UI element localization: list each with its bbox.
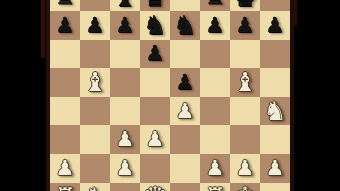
- square-b8[interactable]: [80, 0, 110, 11]
- square-b1[interactable]: ♞: [80, 183, 110, 191]
- square-f7[interactable]: ♟: [200, 11, 230, 40]
- square-b3[interactable]: [80, 125, 110, 154]
- square-h4[interactable]: ♞: [260, 97, 290, 126]
- square-c7[interactable]: ♟: [110, 11, 140, 40]
- square-f2[interactable]: ♟: [200, 154, 230, 183]
- white-pawn-icon: ♟: [116, 158, 135, 179]
- square-e2[interactable]: [170, 154, 200, 183]
- square-h8[interactable]: [260, 0, 290, 11]
- square-a2[interactable]: ♟: [50, 154, 80, 183]
- white-pawn-icon: ♟: [236, 158, 255, 179]
- black-pawn-icon: ♟: [206, 15, 225, 36]
- white-knight-icon: ♞: [263, 98, 286, 124]
- black-bishop-icon: ♝: [113, 0, 136, 10]
- white-king-icon: ♚: [233, 183, 257, 191]
- square-a7[interactable]: ♟: [50, 11, 80, 40]
- white-pawn-icon: ♟: [116, 129, 135, 150]
- square-a8[interactable]: ♜: [50, 0, 80, 11]
- square-d1[interactable]: ♛: [140, 183, 170, 191]
- white-knight-icon: ♞: [83, 184, 106, 191]
- board-left-frame: [46, 0, 50, 191]
- square-f5[interactable]: [200, 68, 230, 97]
- square-b2[interactable]: [80, 154, 110, 183]
- square-d3[interactable]: ♟: [140, 125, 170, 154]
- video-artifact-right: [294, 0, 297, 26]
- square-d4[interactable]: [140, 97, 170, 126]
- black-pawn-icon: ♟: [176, 72, 195, 93]
- video-artifact-left: [41, 0, 45, 58]
- board-right-frame: [290, 0, 294, 191]
- black-pawn-icon: ♟: [56, 15, 75, 36]
- square-a3[interactable]: [50, 125, 80, 154]
- square-e7[interactable]: ♞: [170, 11, 200, 40]
- white-rook-icon: ♜: [205, 185, 226, 191]
- square-e5[interactable]: ♟: [170, 68, 200, 97]
- square-b5[interactable]: ♝: [80, 68, 110, 97]
- black-pawn-icon: ♟: [86, 15, 105, 36]
- black-pawn-icon: ♟: [116, 15, 135, 36]
- white-pawn-icon: ♟: [206, 158, 225, 179]
- square-a1[interactable]: ♜: [50, 183, 80, 191]
- square-c2[interactable]: ♟: [110, 154, 140, 183]
- square-a4[interactable]: [50, 97, 80, 126]
- square-g5[interactable]: ♝: [230, 68, 260, 97]
- square-f4[interactable]: [200, 97, 230, 126]
- black-pawn-icon: ♟: [236, 15, 255, 36]
- square-c1[interactable]: [110, 183, 140, 191]
- square-a6[interactable]: [50, 40, 80, 69]
- square-c4[interactable]: [110, 97, 140, 126]
- black-queen-icon: ♛: [143, 0, 167, 10]
- square-d7[interactable]: ♞: [140, 11, 170, 40]
- white-bishop-icon: ♝: [233, 69, 256, 95]
- square-e4[interactable]: ♟: [170, 97, 200, 126]
- square-c6[interactable]: [110, 40, 140, 69]
- square-g4[interactable]: [230, 97, 260, 126]
- white-bishop-icon: ♝: [83, 69, 106, 95]
- square-e1[interactable]: [170, 183, 200, 191]
- white-pawn-icon: ♟: [176, 101, 195, 122]
- black-king-icon: ♚: [233, 0, 257, 10]
- square-g3[interactable]: [230, 125, 260, 154]
- chess-board: ♜♝♛♜♚♟♟♟♞♞♟♟♟♟♝♟♝♟♞♟♟♟♟♟♟♟♜♞♛♜♚: [50, 0, 290, 191]
- square-b4[interactable]: [80, 97, 110, 126]
- square-f1[interactable]: ♜: [200, 183, 230, 191]
- square-g2[interactable]: ♟: [230, 154, 260, 183]
- square-c5[interactable]: [110, 68, 140, 97]
- square-g1[interactable]: ♚: [230, 183, 260, 191]
- square-e3[interactable]: [170, 125, 200, 154]
- white-queen-icon: ♛: [143, 183, 167, 191]
- square-h1[interactable]: [260, 183, 290, 191]
- black-knight-icon: ♞: [173, 12, 196, 38]
- black-rook-icon: ♜: [55, 0, 76, 8]
- square-d2[interactable]: [140, 154, 170, 183]
- square-g8[interactable]: ♚: [230, 0, 260, 11]
- white-pawn-icon: ♟: [266, 158, 285, 179]
- black-rook-icon: ♜: [205, 0, 226, 8]
- white-pawn-icon: ♟: [56, 158, 75, 179]
- square-c3[interactable]: ♟: [110, 125, 140, 154]
- white-rook-icon: ♜: [55, 185, 76, 191]
- square-h2[interactable]: ♟: [260, 154, 290, 183]
- video-frame: ♜♝♛♜♚♟♟♟♞♞♟♟♟♟♝♟♝♟♞♟♟♟♟♟♟♟♜♞♛♜♚: [0, 0, 340, 191]
- square-f3[interactable]: [200, 125, 230, 154]
- square-h7[interactable]: ♟: [260, 11, 290, 40]
- square-b7[interactable]: ♟: [80, 11, 110, 40]
- square-c8[interactable]: ♝: [110, 0, 140, 11]
- black-knight-icon: ♞: [143, 12, 166, 38]
- square-g6[interactable]: [230, 40, 260, 69]
- square-e6[interactable]: [170, 40, 200, 69]
- black-pawn-icon: ♟: [146, 43, 165, 64]
- square-a5[interactable]: [50, 68, 80, 97]
- square-f8[interactable]: ♜: [200, 0, 230, 11]
- square-g7[interactable]: ♟: [230, 11, 260, 40]
- square-d6[interactable]: ♟: [140, 40, 170, 69]
- square-h6[interactable]: [260, 40, 290, 69]
- square-h3[interactable]: [260, 125, 290, 154]
- square-d5[interactable]: [140, 68, 170, 97]
- white-pawn-icon: ♟: [146, 129, 165, 150]
- square-f6[interactable]: [200, 40, 230, 69]
- black-pawn-icon: ♟: [266, 15, 285, 36]
- square-b6[interactable]: [80, 40, 110, 69]
- square-h5[interactable]: [260, 68, 290, 97]
